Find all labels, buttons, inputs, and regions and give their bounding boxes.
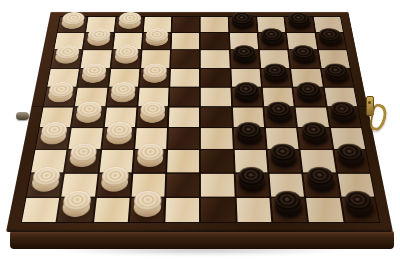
piece-light[interactable] — [54, 46, 80, 65]
square-a7[interactable] — [36, 128, 70, 149]
hinge-pin — [16, 112, 29, 120]
piece-top — [143, 63, 167, 78]
square-a5[interactable] — [44, 88, 77, 107]
piece-top — [238, 167, 265, 186]
piece-light[interactable] — [140, 102, 166, 124]
square-i9[interactable] — [304, 173, 340, 196]
square-d2[interactable] — [142, 33, 170, 49]
square-f2[interactable] — [201, 33, 229, 49]
piece-light[interactable] — [137, 144, 164, 169]
square-e6[interactable] — [169, 107, 200, 127]
square-e7[interactable] — [168, 128, 199, 149]
square-d4[interactable] — [140, 69, 170, 87]
piece-light[interactable] — [114, 46, 139, 65]
piece-light[interactable] — [133, 191, 162, 218]
photo-background — [0, 0, 400, 266]
square-e9[interactable] — [166, 173, 199, 196]
square-f9[interactable] — [201, 173, 234, 196]
square-g9[interactable] — [235, 173, 269, 196]
square-i5[interactable] — [294, 88, 326, 107]
piece-light[interactable] — [61, 12, 86, 30]
square-f1[interactable] — [201, 17, 228, 33]
square-f3[interactable] — [201, 51, 229, 68]
draughts-board — [6, 12, 393, 232]
square-f6[interactable] — [201, 107, 232, 127]
square-e3[interactable] — [171, 51, 199, 68]
piece-light[interactable] — [87, 28, 112, 46]
square-c1[interactable] — [115, 17, 143, 33]
square-a3[interactable] — [51, 51, 82, 68]
piece-light[interactable] — [47, 82, 75, 103]
piece-dark[interactable] — [263, 63, 288, 83]
piece-dark[interactable] — [233, 46, 257, 65]
square-e5[interactable] — [170, 88, 200, 107]
square-b8[interactable] — [65, 150, 100, 172]
square-d8[interactable] — [133, 150, 166, 172]
square-c9[interactable] — [97, 173, 132, 196]
square-h4[interactable] — [261, 69, 291, 87]
piece-dark[interactable] — [231, 12, 254, 30]
square-d10[interactable] — [130, 198, 165, 222]
square-f8[interactable] — [201, 150, 233, 172]
square-e2[interactable] — [172, 33, 200, 49]
square-b6[interactable] — [72, 107, 105, 127]
piece-top — [263, 63, 288, 78]
square-c10[interactable] — [94, 198, 130, 222]
piece-dark[interactable] — [336, 144, 366, 169]
square-b2[interactable] — [84, 33, 114, 49]
piece-light[interactable] — [30, 167, 61, 193]
square-a1[interactable] — [58, 17, 87, 33]
square-g3[interactable] — [231, 51, 260, 68]
brass-latch[interactable] — [366, 94, 396, 142]
square-j2[interactable] — [316, 33, 346, 49]
piece-light[interactable] — [100, 167, 129, 193]
piece-dark[interactable] — [300, 122, 328, 145]
piece-light[interactable] — [110, 82, 136, 103]
piece-dark[interactable] — [274, 191, 304, 218]
piece-light[interactable] — [75, 102, 102, 124]
square-j6[interactable] — [327, 107, 361, 127]
piece-top — [274, 191, 303, 211]
square-j8[interactable] — [334, 150, 370, 172]
piece-dark[interactable] — [287, 12, 311, 30]
square-c5[interactable] — [107, 88, 138, 107]
square-e1[interactable] — [172, 17, 199, 33]
square-h10[interactable] — [271, 198, 307, 222]
square-d6[interactable] — [137, 107, 168, 127]
piece-top — [234, 82, 259, 98]
square-g10[interactable] — [236, 198, 271, 222]
piece-dark[interactable] — [296, 82, 323, 103]
square-g7[interactable] — [234, 128, 266, 149]
piece-dark[interactable] — [261, 28, 285, 46]
piece-dark[interactable] — [236, 122, 262, 145]
square-e10[interactable] — [166, 198, 200, 222]
square-f10[interactable] — [201, 198, 235, 222]
square-f7[interactable] — [201, 128, 232, 149]
piece-light[interactable] — [61, 191, 92, 218]
piece-light[interactable] — [39, 122, 68, 145]
piece-top — [236, 122, 262, 139]
piece-light[interactable] — [105, 122, 132, 145]
piece-dark[interactable] — [323, 63, 350, 83]
piece-dark[interactable] — [306, 167, 336, 193]
square-a9[interactable] — [27, 173, 64, 196]
square-i1[interactable] — [285, 17, 314, 33]
piece-light[interactable] — [81, 63, 107, 83]
square-j10[interactable] — [341, 198, 379, 222]
board-grid — [21, 16, 381, 223]
square-a10[interactable] — [22, 198, 60, 222]
square-i7[interactable] — [298, 128, 332, 149]
square-h2[interactable] — [259, 33, 288, 49]
piece-dark[interactable] — [270, 144, 298, 169]
square-c3[interactable] — [111, 51, 141, 68]
piece-light[interactable] — [118, 12, 141, 30]
piece-light[interactable] — [143, 63, 167, 83]
piece-dark[interactable] — [318, 28, 343, 46]
piece-light[interactable] — [69, 144, 98, 169]
square-i10[interactable] — [306, 198, 343, 222]
square-f4[interactable] — [201, 69, 230, 87]
latch-screw — [368, 101, 371, 104]
square-h8[interactable] — [268, 150, 302, 172]
square-b4[interactable] — [78, 69, 109, 87]
piece-light[interactable] — [145, 28, 168, 46]
piece-dark[interactable] — [343, 191, 375, 218]
square-g5[interactable] — [232, 88, 263, 107]
square-f5[interactable] — [201, 88, 231, 107]
piece-dark[interactable] — [267, 102, 294, 124]
piece-top — [231, 12, 253, 25]
square-g1[interactable] — [229, 17, 257, 33]
square-i3[interactable] — [289, 51, 319, 68]
square-j4[interactable] — [321, 69, 353, 87]
piece-dark[interactable] — [238, 167, 266, 193]
piece-dark[interactable] — [329, 102, 357, 124]
piece-dark[interactable] — [291, 46, 316, 65]
square-h6[interactable] — [264, 107, 296, 127]
square-b10[interactable] — [58, 198, 95, 222]
piece-dark[interactable] — [234, 82, 259, 103]
square-c7[interactable] — [102, 128, 135, 149]
square-e8[interactable] — [167, 150, 199, 172]
square-e4[interactable] — [170, 69, 199, 87]
board-box-side — [10, 231, 394, 249]
